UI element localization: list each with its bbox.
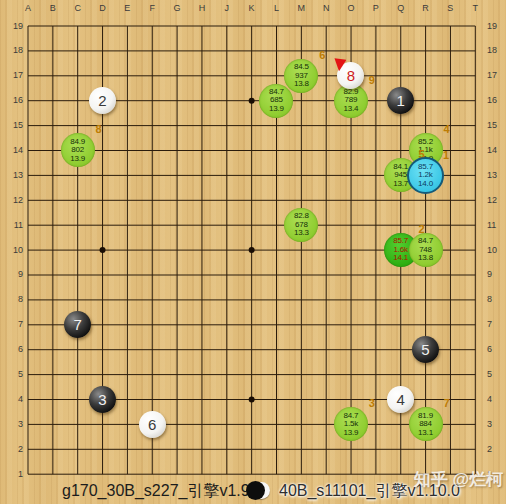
row-label-right-19: 19 xyxy=(487,14,505,39)
stone-black-C7: 7 xyxy=(64,311,91,338)
row-label-right-15: 15 xyxy=(487,113,505,138)
stone-white-D16: 2 xyxy=(89,87,116,114)
move-number: 3 xyxy=(98,391,106,408)
row-label-right-16: 16 xyxy=(487,88,505,113)
candidate-score: 13.4 xyxy=(344,105,359,114)
move-number: 2 xyxy=(98,92,106,109)
candidate-R13[interactable]: 85.71.2k14.01 xyxy=(407,157,444,194)
row-label-right-5: 5 xyxy=(487,362,505,387)
move-number: 5 xyxy=(421,341,429,358)
row-label-right-10: 10 xyxy=(487,238,505,263)
candidate-score: 13.8 xyxy=(294,80,309,89)
last-move-flag-icon xyxy=(334,58,346,71)
row-label-right-17: 17 xyxy=(487,63,505,88)
candidate-score: 13.9 xyxy=(269,105,284,114)
candidate-rank-label: 8 xyxy=(96,124,102,135)
status-bar: g170_30B_s227_引擎v1.9.1 40B_s11101_引擎v1.1… xyxy=(0,477,506,504)
left-engine-label: g170_30B_s227_引擎v1.9.1 xyxy=(62,481,263,502)
black-stone-icon xyxy=(246,481,265,500)
candidate-score: 13.3 xyxy=(294,229,309,238)
stone-white-Q4: 4 xyxy=(387,386,414,413)
row-label-right-2: 2 xyxy=(487,437,505,462)
candidate-score: 13.8 xyxy=(418,254,433,263)
stone-white-F3: 6 xyxy=(139,411,166,438)
candidate-rank-label: 3 xyxy=(369,398,375,409)
stone-black-D4: 3 xyxy=(89,386,116,413)
row-label-right-12: 12 xyxy=(487,188,505,213)
stone-white-O17: 8 xyxy=(337,62,364,89)
row-label-right-6: 6 xyxy=(487,337,505,362)
watermark: 知乎 @烂柯 xyxy=(414,468,503,491)
go-board[interactable]: 84.593713.8682.978913.4984.768513.984.98… xyxy=(16,14,488,487)
candidate-M11[interactable]: 82.867813.3 xyxy=(284,208,318,242)
black-white-stones-icon xyxy=(246,481,273,500)
row-label-right-18: 18 xyxy=(487,38,505,63)
candidate-L16[interactable]: 84.768513.9 xyxy=(259,84,293,118)
candidate-M17[interactable]: 84.593713.86 xyxy=(284,59,318,93)
candidate-O3[interactable]: 84.71.5k13.93 xyxy=(334,407,368,441)
row-label-right-8: 8 xyxy=(487,287,505,312)
candidate-score: 13.9 xyxy=(70,155,85,164)
stone-black-Q16: 1 xyxy=(387,87,414,114)
stone-black-R6: 5 xyxy=(412,336,439,363)
row-label-right-3: 3 xyxy=(487,412,505,437)
candidate-rank-label: 4 xyxy=(443,124,449,135)
candidate-score: 14.0 xyxy=(418,180,433,189)
candidate-rank-label: 9 xyxy=(369,75,375,86)
candidate-score: 14.1 xyxy=(393,254,408,263)
candidate-rank-label: 7 xyxy=(443,398,449,409)
candidate-score: 13.9 xyxy=(344,429,359,438)
candidate-R3[interactable]: 81.988413.17 xyxy=(409,407,443,441)
row-label-right-4: 4 xyxy=(487,387,505,412)
candidate-score: 13.7 xyxy=(393,180,408,189)
move-number: 4 xyxy=(396,391,404,408)
row-label-right-9: 9 xyxy=(487,262,505,287)
candidate-R10[interactable]: 84.774813.8 xyxy=(409,233,443,267)
row-label-right-11: 11 xyxy=(487,213,505,238)
go-analysis-screen: ABCDEFGHJKLMNOPQRST 19181716151413121110… xyxy=(0,0,506,504)
candidate-rank-label: 6 xyxy=(319,50,325,61)
move-number: 6 xyxy=(148,416,156,433)
move-number: 8 xyxy=(347,67,355,84)
candidate-C14[interactable]: 84.980213.98 xyxy=(61,133,95,167)
move-number: 1 xyxy=(396,92,404,109)
row-label-right-7: 7 xyxy=(487,312,505,337)
row-label-right-14: 14 xyxy=(487,138,505,163)
row-label-right-13: 13 xyxy=(487,163,505,188)
row-labels-right: 19181716151413121110987654321 xyxy=(487,14,505,487)
move-number: 7 xyxy=(74,316,82,333)
candidate-score: 13.1 xyxy=(418,429,433,438)
candidate-rank-label: 1 xyxy=(443,150,449,161)
